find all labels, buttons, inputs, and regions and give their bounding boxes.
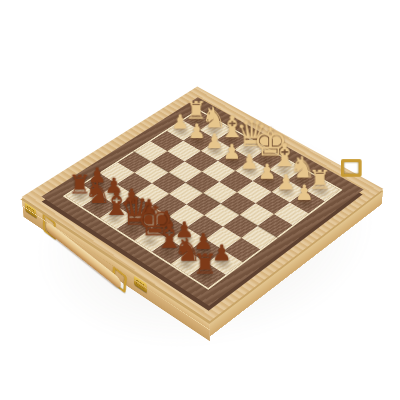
square-a7: ♟ — [83, 174, 117, 196]
hinge-clasp — [341, 159, 362, 177]
piece-white-queen: ♛ — [236, 115, 259, 151]
product-photo: ♜♞♝♛♚♝♞♜♟♟♟♟♟♟♟♟♟♟♟♟♟♟♟♟♜♞♝♛♚♝♞♜ — [0, 0, 400, 400]
latch-clasp-left — [24, 202, 36, 219]
latch-clasp-right — [134, 276, 147, 294]
piece-white-knight: ♞ — [202, 103, 225, 132]
piece-white-rook: ♜ — [308, 166, 332, 192]
